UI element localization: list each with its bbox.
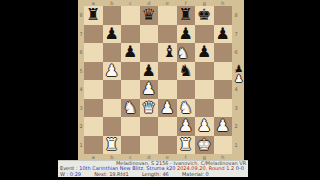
length-value: 46 bbox=[162, 171, 168, 177]
square-g6[interactable]: ♟ bbox=[195, 43, 214, 62]
square-d4[interactable]: ♟ bbox=[140, 80, 159, 99]
coord-label-1: 1 bbox=[233, 142, 239, 148]
square-a2[interactable] bbox=[84, 117, 103, 136]
square-g1[interactable]: ♚ bbox=[195, 136, 214, 155]
square-b6[interactable] bbox=[103, 43, 122, 62]
square-f3[interactable]: ♞ bbox=[177, 99, 196, 118]
square-d3[interactable]: ♛ bbox=[140, 99, 159, 118]
piece-bP-c6: ♟ bbox=[123, 44, 137, 60]
piece-bK-g8: ♚ bbox=[197, 7, 211, 23]
turn-indicator-white-pawn-icon: ♟ bbox=[235, 74, 244, 84]
piece-wK-g1: ♚ bbox=[197, 137, 211, 153]
chessboard[interactable]: ♜♛♜♚♟♟♟♟♝♞♟♟♟♞♟♞♛♟♞♟♟♟♜♜♚ bbox=[84, 6, 232, 154]
square-g2[interactable]: ♟ bbox=[195, 117, 214, 136]
square-h2[interactable]: ♟ bbox=[214, 117, 233, 136]
square-b5[interactable]: ♟ bbox=[103, 62, 122, 81]
square-h7[interactable]: ♟ bbox=[214, 25, 233, 44]
square-a8[interactable]: ♜ bbox=[84, 6, 103, 25]
square-f8[interactable]: ♜ bbox=[177, 6, 196, 25]
coord-label-4: 4 bbox=[233, 86, 239, 92]
piece-bQ-d8: ♛ bbox=[142, 7, 156, 23]
square-h3[interactable] bbox=[214, 99, 233, 118]
status-bar: Meladinovan, S 2156 - Ivanovich, C/Melad… bbox=[58, 160, 248, 177]
square-b3[interactable] bbox=[103, 99, 122, 118]
piece-bP-g6: ♟ bbox=[197, 44, 211, 60]
square-g8[interactable]: ♚ bbox=[195, 6, 214, 25]
chessboard-panel: abcdefgh abcdefgh 87654321 87654321 ♜♛♜♚… bbox=[78, 0, 244, 160]
square-d1[interactable] bbox=[140, 136, 159, 155]
square-e1[interactable] bbox=[158, 136, 177, 155]
coord-label-7: 7 bbox=[233, 31, 239, 37]
square-e3[interactable]: ♟ bbox=[158, 99, 177, 118]
length-label: Length: bbox=[142, 171, 161, 177]
square-f1[interactable]: ♜ bbox=[177, 136, 196, 155]
piece-wP-h2: ♟ bbox=[216, 118, 230, 134]
square-b1[interactable]: ♜ bbox=[103, 136, 122, 155]
coord-label-6: 6 bbox=[233, 49, 239, 55]
square-c5[interactable] bbox=[121, 62, 140, 81]
video-frame: abcdefgh abcdefgh 87654321 87654321 ♜♛♜♚… bbox=[0, 0, 320, 180]
square-c3[interactable]: ♞ bbox=[121, 99, 140, 118]
square-d8[interactable]: ♛ bbox=[140, 6, 159, 25]
square-g4[interactable] bbox=[195, 80, 214, 99]
square-g7[interactable] bbox=[195, 25, 214, 44]
piece-bB-e6: ♝ bbox=[162, 44, 176, 60]
square-h4[interactable] bbox=[214, 80, 233, 99]
piece-wN-f3: ♞ bbox=[179, 100, 193, 116]
piece-wN-c3: ♞ bbox=[123, 100, 137, 116]
square-h8[interactable] bbox=[214, 6, 233, 25]
square-d7[interactable] bbox=[140, 25, 159, 44]
square-g5[interactable] bbox=[195, 62, 214, 81]
square-e8[interactable] bbox=[158, 6, 177, 25]
square-h1[interactable] bbox=[214, 136, 233, 155]
piece-wP-b5: ♟ bbox=[105, 63, 119, 79]
piece-wP-g2: ♟ bbox=[197, 118, 211, 134]
square-f5[interactable]: ♞ bbox=[177, 62, 196, 81]
square-b4[interactable] bbox=[103, 80, 122, 99]
clock-value: 0:29 bbox=[70, 171, 81, 177]
piece-bP-b7: ♟ bbox=[105, 26, 119, 42]
square-a6[interactable] bbox=[84, 43, 103, 62]
square-a4[interactable] bbox=[84, 80, 103, 99]
square-a7[interactable] bbox=[84, 25, 103, 44]
piece-wR-f1: ♜ bbox=[179, 137, 193, 153]
piece-bR-f8: ♜ bbox=[179, 7, 193, 23]
square-b7[interactable]: ♟ bbox=[103, 25, 122, 44]
square-f4[interactable] bbox=[177, 80, 196, 99]
square-a5[interactable] bbox=[84, 62, 103, 81]
square-g3[interactable] bbox=[195, 99, 214, 118]
square-e2[interactable] bbox=[158, 117, 177, 136]
engine-line: W : 0:29 Next: 19.Rfd1 Length: 46 Materi… bbox=[58, 172, 248, 177]
material-value: 0 bbox=[206, 171, 209, 177]
square-b2[interactable] bbox=[103, 117, 122, 136]
square-e5[interactable] bbox=[158, 62, 177, 81]
turn-indicator: ♟♟ bbox=[234, 64, 244, 84]
event-score: 0-0 bbox=[236, 165, 244, 171]
square-f6[interactable]: ♞ bbox=[177, 43, 196, 62]
square-d2[interactable] bbox=[140, 117, 159, 136]
square-d6[interactable] bbox=[140, 43, 159, 62]
piece-wR-b1: ♜ bbox=[105, 137, 119, 153]
square-b8[interactable] bbox=[103, 6, 122, 25]
piece-wN-f6: ♞ bbox=[176, 46, 189, 60]
piece-bP-d5: ♟ bbox=[142, 63, 156, 79]
square-d5[interactable]: ♟ bbox=[140, 62, 159, 81]
square-e6[interactable]: ♝ bbox=[158, 43, 177, 62]
square-h6[interactable] bbox=[214, 43, 233, 62]
square-c2[interactable] bbox=[121, 117, 140, 136]
square-f7[interactable]: ♟ bbox=[177, 25, 196, 44]
next-move: 19.Rfd1 bbox=[109, 171, 129, 177]
clock-label: W : bbox=[60, 171, 68, 177]
piece-wQ-d3: ♛ bbox=[142, 100, 156, 116]
square-c6[interactable]: ♟ bbox=[121, 43, 140, 62]
square-c7[interactable] bbox=[121, 25, 140, 44]
square-c4[interactable] bbox=[121, 80, 140, 99]
piece-bP-f7: ♟ bbox=[179, 26, 193, 42]
piece-bN-f5: ♞ bbox=[179, 63, 193, 79]
coord-label-3: 3 bbox=[233, 105, 239, 111]
piece-wP-e3: ♟ bbox=[160, 100, 174, 116]
piece-wP-d4: ♟ bbox=[142, 81, 156, 97]
square-e7[interactable] bbox=[158, 25, 177, 44]
square-a1[interactable] bbox=[84, 136, 103, 155]
piece-wP-f2: ♟ bbox=[179, 118, 193, 134]
next-label: Next: bbox=[94, 171, 107, 177]
square-a3[interactable] bbox=[84, 99, 103, 118]
square-h5[interactable] bbox=[214, 62, 233, 81]
coord-label-8: 8 bbox=[233, 12, 239, 18]
material-label: Material: bbox=[182, 171, 204, 177]
square-c1[interactable] bbox=[121, 136, 140, 155]
square-f2[interactable]: ♟ bbox=[177, 117, 196, 136]
piece-bR-a8: ♜ bbox=[86, 7, 100, 23]
square-e4[interactable] bbox=[158, 80, 177, 99]
square-c8[interactable] bbox=[121, 6, 140, 25]
coord-label-2: 2 bbox=[233, 123, 239, 129]
piece-bP-h7: ♟ bbox=[216, 26, 230, 42]
